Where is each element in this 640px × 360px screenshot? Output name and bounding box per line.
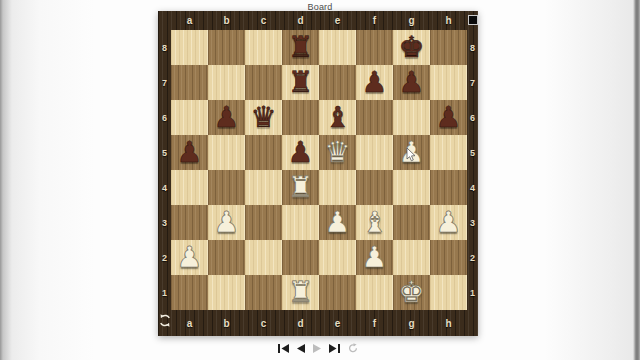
file-label-bottom-e: e: [319, 310, 356, 336]
black-pawn-h6[interactable]: ♟: [430, 100, 467, 135]
square-c2[interactable]: [245, 240, 282, 275]
file-label-bottom-h: h: [430, 310, 467, 336]
skip-to-start-button[interactable]: [278, 344, 289, 353]
turn-indicator-black-square: [468, 15, 478, 25]
file-label-bottom-f: f: [356, 310, 393, 336]
square-b7[interactable]: [208, 65, 245, 100]
square-d6[interactable]: [282, 100, 319, 135]
rank-label-left-4: 4: [158, 170, 171, 205]
square-e6[interactable]: ♝: [319, 100, 356, 135]
square-b6[interactable]: ♟: [208, 100, 245, 135]
square-g5[interactable]: ♟: [393, 135, 430, 170]
flip-board-icon[interactable]: [158, 314, 171, 327]
black-rook-d8[interactable]: ♜: [282, 30, 319, 65]
file-label-top-e: e: [319, 11, 356, 30]
square-f1[interactable]: [356, 275, 393, 310]
square-h8[interactable]: [430, 30, 467, 65]
square-f8[interactable]: [356, 30, 393, 65]
rank-label-left-3: 3: [158, 205, 171, 240]
square-d3[interactable]: [282, 205, 319, 240]
rank-label-right-4: 4: [467, 170, 478, 205]
black-pawn-a5[interactable]: ♟: [171, 135, 208, 170]
square-a4[interactable]: [171, 170, 208, 205]
app-window: Board abcdefgh8♜♚87♜♟♟76♟♛♝♟65♟♟♛♟54♜43♟…: [0, 0, 640, 360]
rank-label-right-6: 6: [467, 100, 478, 135]
skip-to-end-button[interactable]: [329, 344, 340, 353]
square-g3[interactable]: [393, 205, 430, 240]
right-edge-shade: [545, 0, 640, 360]
step-forward-button[interactable]: [313, 344, 321, 353]
square-c3[interactable]: [245, 205, 282, 240]
rank-label-right-3: 3: [467, 205, 478, 240]
square-b1[interactable]: [208, 275, 245, 310]
square-f3[interactable]: ♝: [356, 205, 393, 240]
square-c8[interactable]: [245, 30, 282, 65]
file-label-top-g: g: [393, 11, 430, 30]
square-c6[interactable]: ♛: [245, 100, 282, 135]
square-c4[interactable]: [245, 170, 282, 205]
file-label-bottom-g: g: [393, 310, 430, 336]
square-b3[interactable]: ♟: [208, 205, 245, 240]
square-a6[interactable]: [171, 100, 208, 135]
square-h3[interactable]: ♟: [430, 205, 467, 240]
mouse-cursor-icon: [406, 148, 416, 162]
square-h5[interactable]: [430, 135, 467, 170]
square-e2[interactable]: [319, 240, 356, 275]
rank-label-left-7: 7: [158, 65, 171, 100]
square-e1[interactable]: [319, 275, 356, 310]
white-pawn-h3[interactable]: ♟: [430, 205, 467, 240]
white-rook-d4[interactable]: ♜: [282, 170, 319, 205]
square-h4[interactable]: [430, 170, 467, 205]
square-a2[interactable]: ♟: [171, 240, 208, 275]
autoplay-button[interactable]: [348, 343, 358, 353]
rank-label-right-7: 7: [467, 65, 478, 100]
square-a8[interactable]: [171, 30, 208, 65]
rank-label-left-6: 6: [158, 100, 171, 135]
rank-label-right-2: 2: [467, 240, 478, 275]
file-label-top-f: f: [356, 11, 393, 30]
square-b4[interactable]: [208, 170, 245, 205]
file-label-bottom-b: b: [208, 310, 245, 336]
file-label-top-b: b: [208, 11, 245, 30]
square-d1[interactable]: ♜: [282, 275, 319, 310]
square-f4[interactable]: [356, 170, 393, 205]
square-a3[interactable]: [171, 205, 208, 240]
square-e4[interactable]: [319, 170, 356, 205]
left-edge-shade: [0, 0, 95, 360]
square-g8[interactable]: ♚: [393, 30, 430, 65]
black-bishop-e6[interactable]: ♝: [319, 100, 356, 135]
square-a1[interactable]: [171, 275, 208, 310]
board-corner-top-right: [467, 11, 478, 30]
square-f7[interactable]: ♟: [356, 65, 393, 100]
rank-label-left-5: 5: [158, 135, 171, 170]
file-label-bottom-d: d: [282, 310, 319, 336]
file-label-top-h: h: [430, 11, 467, 30]
square-b5[interactable]: [208, 135, 245, 170]
square-d2[interactable]: [282, 240, 319, 275]
white-pawn-b3[interactable]: ♟: [208, 205, 245, 240]
chess-board[interactable]: abcdefgh8♜♚87♜♟♟76♟♛♝♟65♟♟♛♟54♜43♟♟♝♟32♟…: [158, 11, 478, 336]
watermark-text: LabelTO: [629, 282, 636, 312]
black-pawn-g7[interactable]: ♟: [393, 65, 430, 100]
rank-label-right-8: 8: [467, 30, 478, 65]
square-c7[interactable]: [245, 65, 282, 100]
rank-label-left-2: 2: [158, 240, 171, 275]
rank-label-left-1: 1: [158, 275, 171, 310]
white-queen-e5[interactable]: ♛: [319, 135, 356, 170]
file-label-top-d: d: [282, 11, 319, 30]
white-pawn-f2[interactable]: ♟: [356, 240, 393, 275]
board-corner-bottom-right: [467, 310, 478, 336]
square-c5[interactable]: [245, 135, 282, 170]
black-king-g8[interactable]: ♚: [393, 30, 430, 65]
square-h6[interactable]: ♟: [430, 100, 467, 135]
square-h2[interactable]: [430, 240, 467, 275]
square-h1[interactable]: [430, 275, 467, 310]
square-c1[interactable]: [245, 275, 282, 310]
white-pawn-e3[interactable]: ♟: [319, 205, 356, 240]
square-d5[interactable]: ♟: [282, 135, 319, 170]
square-e5[interactable]: ♛: [319, 135, 356, 170]
rank-label-right-1: 1: [467, 275, 478, 310]
square-d7[interactable]: ♜: [282, 65, 319, 100]
step-back-button[interactable]: [297, 344, 305, 353]
square-a7[interactable]: [171, 65, 208, 100]
playback-controls: [158, 343, 478, 353]
square-g7[interactable]: ♟: [393, 65, 430, 100]
black-rook-d7[interactable]: ♜: [282, 65, 319, 100]
square-f2[interactable]: ♟: [356, 240, 393, 275]
square-g2[interactable]: [393, 240, 430, 275]
file-label-bottom-a: a: [171, 310, 208, 336]
square-e7[interactable]: [319, 65, 356, 100]
square-b8[interactable]: [208, 30, 245, 65]
square-g1[interactable]: ♚: [393, 275, 430, 310]
black-queen-c6[interactable]: ♛: [245, 100, 282, 135]
white-rook-d1[interactable]: ♜: [282, 275, 319, 310]
rank-label-left-8: 8: [158, 30, 171, 65]
square-d4[interactable]: ♜: [282, 170, 319, 205]
white-king-g1[interactable]: ♚: [393, 275, 430, 310]
file-label-bottom-c: c: [245, 310, 282, 336]
file-label-top-a: a: [171, 11, 208, 30]
square-e8[interactable]: [319, 30, 356, 65]
square-f5[interactable]: [356, 135, 393, 170]
white-pawn-a2[interactable]: ♟: [171, 240, 208, 275]
black-pawn-b6[interactable]: ♟: [208, 100, 245, 135]
square-d8[interactable]: ♜: [282, 30, 319, 65]
square-g6[interactable]: [393, 100, 430, 135]
board-corner-bottom-left: [158, 310, 171, 336]
square-a5[interactable]: ♟: [171, 135, 208, 170]
black-pawn-f7[interactable]: ♟: [356, 65, 393, 100]
square-e3[interactable]: ♟: [319, 205, 356, 240]
square-g4[interactable]: [393, 170, 430, 205]
square-b2[interactable]: [208, 240, 245, 275]
square-h7[interactable]: [430, 65, 467, 100]
black-pawn-d5[interactable]: ♟: [282, 135, 319, 170]
board-corner-top-left: [158, 11, 171, 30]
file-label-top-c: c: [245, 11, 282, 30]
white-bishop-f3[interactable]: ♝: [356, 205, 393, 240]
square-f6[interactable]: [356, 100, 393, 135]
rank-label-right-5: 5: [467, 135, 478, 170]
